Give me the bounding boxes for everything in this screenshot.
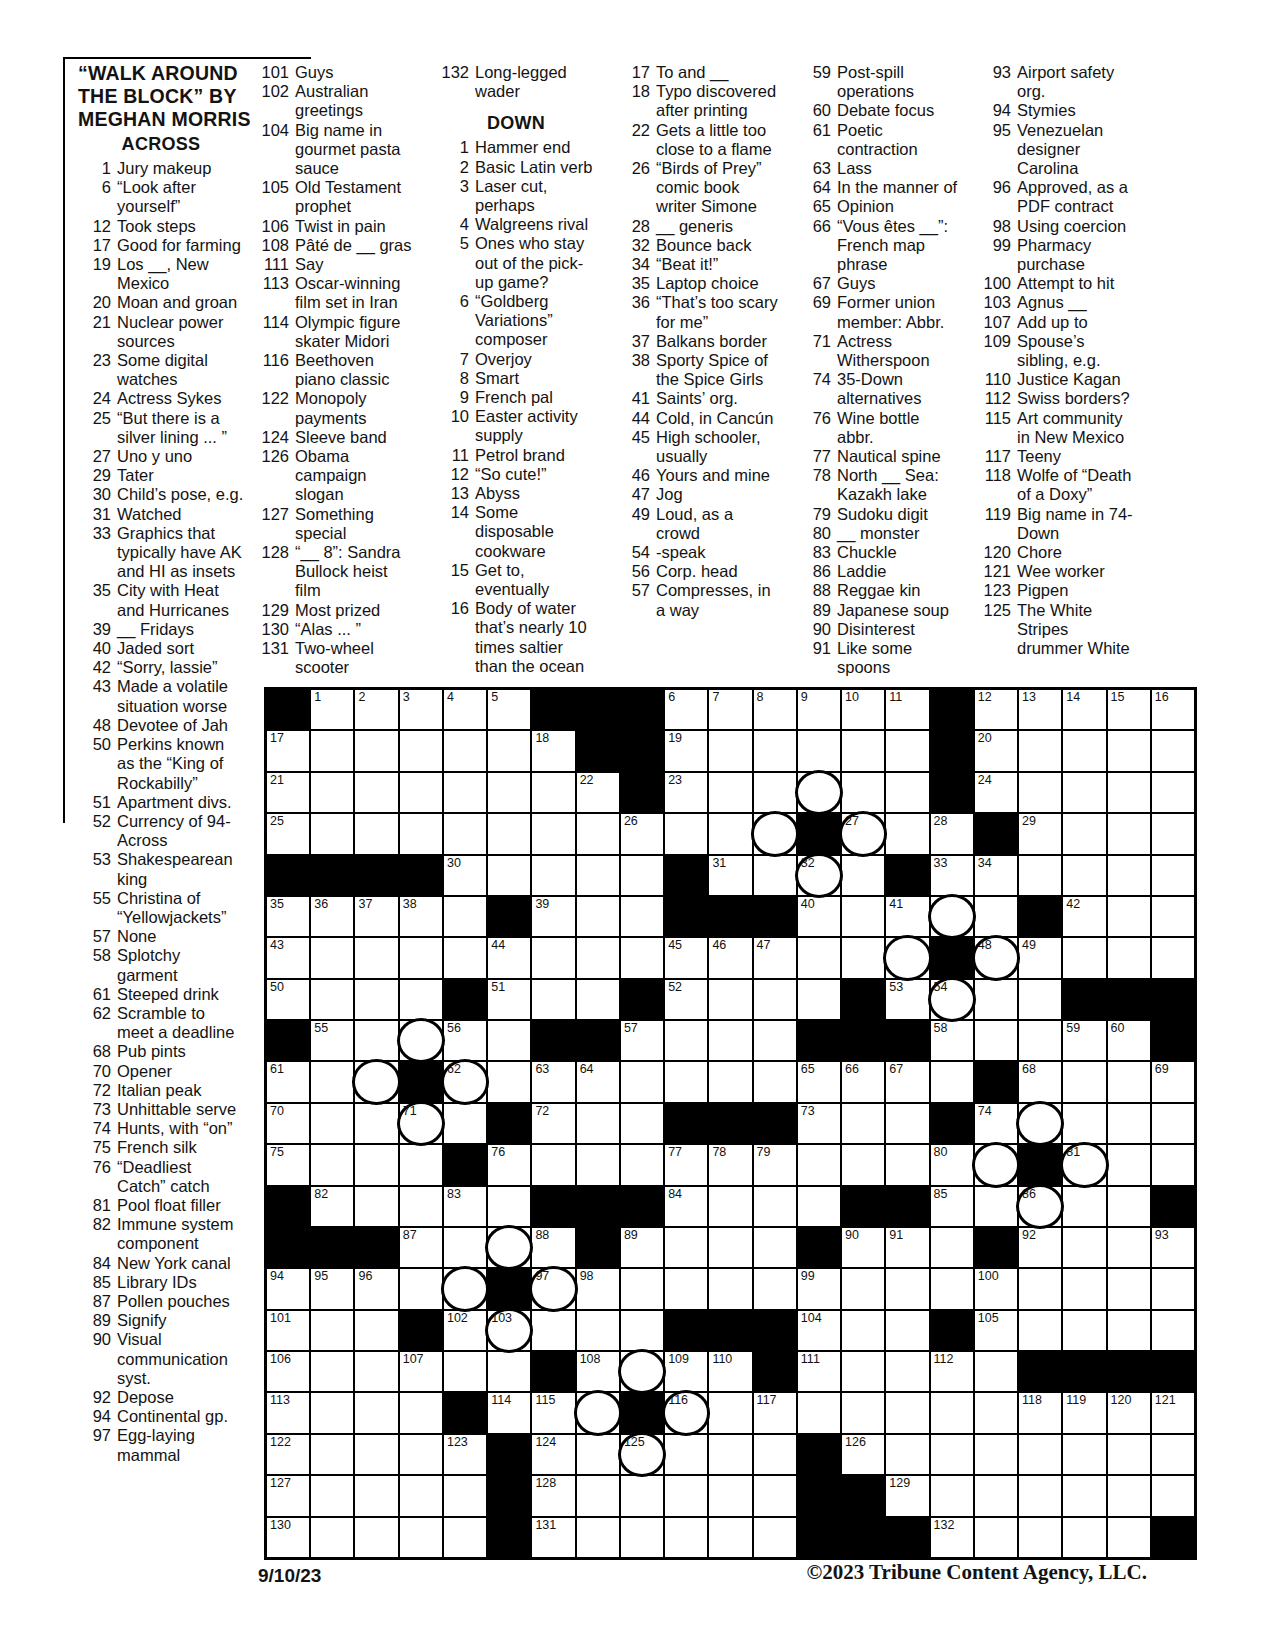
cell-r10c3[interactable] — [355, 1062, 397, 1101]
cell-r19c4[interactable] — [400, 1435, 442, 1474]
cell-r3c2[interactable] — [311, 773, 353, 812]
cell-r18c21[interactable]: 121 — [1152, 1393, 1194, 1432]
cell-r4c12[interactable] — [754, 814, 796, 853]
cell-r2c21[interactable] — [1152, 731, 1194, 770]
cell-r6c20[interactable] — [1108, 897, 1150, 936]
cell-r15c14[interactable] — [842, 1269, 884, 1308]
cell-r16c2[interactable] — [311, 1311, 353, 1350]
cell-r19c5[interactable]: 123 — [444, 1435, 486, 1474]
cell-r18c2[interactable] — [311, 1393, 353, 1432]
cell-r3c11[interactable] — [709, 773, 751, 812]
cell-r6c19[interactable]: 42 — [1063, 897, 1105, 936]
cell-r1c17[interactable]: 12 — [975, 690, 1017, 729]
cell-r12c14[interactable] — [842, 1145, 884, 1184]
cell-r10c1[interactable]: 61 — [267, 1062, 309, 1101]
cell-r5c18[interactable] — [1019, 856, 1061, 895]
cell-r7c5[interactable] — [444, 938, 486, 977]
cell-r11c8[interactable] — [577, 1104, 619, 1143]
cell-r5c16[interactable]: 33 — [931, 856, 973, 895]
cell-r13c20[interactable] — [1108, 1187, 1150, 1226]
cell-r8c11[interactable] — [709, 980, 751, 1019]
cell-r15c19[interactable] — [1063, 1269, 1105, 1308]
cell-r16c19[interactable] — [1063, 1311, 1105, 1350]
cell-r6c21[interactable] — [1152, 897, 1194, 936]
cell-r4c18[interactable]: 29 — [1019, 814, 1061, 853]
cell-r8c17[interactable] — [975, 980, 1017, 1019]
cell-r1c11[interactable]: 7 — [709, 690, 751, 729]
cell-r7c20[interactable] — [1108, 938, 1150, 977]
cell-r12c11[interactable]: 78 — [709, 1145, 751, 1184]
cell-r17c5[interactable] — [444, 1352, 486, 1391]
cell-r8c13[interactable] — [798, 980, 840, 1019]
cell-r9c20[interactable]: 60 — [1108, 1021, 1150, 1060]
cell-r6c4[interactable]: 38 — [400, 897, 442, 936]
cell-r11c13[interactable]: 73 — [798, 1104, 840, 1143]
cell-r13c13[interactable] — [798, 1187, 840, 1226]
cell-r17c16[interactable]: 112 — [931, 1352, 973, 1391]
cell-r21c7[interactable]: 131 — [532, 1518, 574, 1557]
cell-r5c14[interactable] — [842, 856, 884, 895]
cell-r1c14[interactable]: 10 — [842, 690, 884, 729]
cell-r4c15[interactable] — [886, 814, 928, 853]
cell-r9c9[interactable]: 57 — [621, 1021, 663, 1060]
cell-r8c16[interactable]: 54 — [931, 980, 973, 1019]
cell-r11c3[interactable] — [355, 1104, 397, 1143]
cell-r6c1[interactable]: 35 — [267, 897, 309, 936]
cell-r9c3[interactable] — [355, 1021, 397, 1060]
cell-r19c11[interactable] — [709, 1435, 751, 1474]
cell-r3c17[interactable]: 24 — [975, 773, 1017, 812]
cell-r2c3[interactable] — [355, 731, 397, 770]
cell-r12c12[interactable]: 79 — [754, 1145, 796, 1184]
cell-r8c8[interactable] — [577, 980, 619, 1019]
cell-r4c2[interactable] — [311, 814, 353, 853]
cell-r2c14[interactable] — [842, 731, 884, 770]
cell-r17c6[interactable] — [488, 1352, 530, 1391]
cell-r12c4[interactable] — [400, 1145, 442, 1184]
cell-r17c3[interactable] — [355, 1352, 397, 1391]
cell-r3c20[interactable] — [1108, 773, 1150, 812]
cell-r10c19[interactable] — [1063, 1062, 1105, 1101]
cell-r7c10[interactable]: 45 — [665, 938, 707, 977]
cell-r19c15[interactable] — [886, 1435, 928, 1474]
cell-r20c1[interactable]: 127 — [267, 1476, 309, 1515]
cell-r17c13[interactable]: 111 — [798, 1352, 840, 1391]
cell-r2c5[interactable] — [444, 731, 486, 770]
cell-r9c5[interactable]: 56 — [444, 1021, 486, 1060]
cell-r9c17[interactable] — [975, 1021, 1017, 1060]
cell-r10c9[interactable] — [621, 1062, 663, 1101]
cell-r20c21[interactable] — [1152, 1476, 1194, 1515]
cell-r5c7[interactable] — [532, 856, 574, 895]
cell-r19c14[interactable]: 126 — [842, 1435, 884, 1474]
cell-r21c4[interactable] — [400, 1518, 442, 1557]
cell-r7c17[interactable]: 48 — [975, 938, 1017, 977]
cell-r19c20[interactable] — [1108, 1435, 1150, 1474]
cell-r8c15[interactable]: 53 — [886, 980, 928, 1019]
cell-r18c17[interactable] — [975, 1393, 1017, 1432]
cell-r3c10[interactable]: 23 — [665, 773, 707, 812]
cell-r19c2[interactable] — [311, 1435, 353, 1474]
cell-r21c10[interactable] — [665, 1518, 707, 1557]
cell-r15c11[interactable] — [709, 1269, 751, 1308]
cell-r11c19[interactable] — [1063, 1104, 1105, 1143]
cell-r5c21[interactable] — [1152, 856, 1194, 895]
cell-r19c21[interactable] — [1152, 1435, 1194, 1474]
cell-r16c5[interactable]: 102 — [444, 1311, 486, 1350]
cell-r7c1[interactable]: 43 — [267, 938, 309, 977]
cell-r16c13[interactable]: 104 — [798, 1311, 840, 1350]
cell-r12c17[interactable] — [975, 1145, 1017, 1184]
cell-r15c21[interactable] — [1152, 1269, 1194, 1308]
cell-r13c12[interactable] — [754, 1187, 796, 1226]
cell-r12c10[interactable]: 77 — [665, 1145, 707, 1184]
cell-r16c15[interactable] — [886, 1311, 928, 1350]
cell-r17c8[interactable]: 108 — [577, 1352, 619, 1391]
cell-r3c19[interactable] — [1063, 773, 1105, 812]
cell-r7c7[interactable] — [532, 938, 574, 977]
cell-r12c2[interactable] — [311, 1145, 353, 1184]
cell-r16c3[interactable] — [355, 1311, 397, 1350]
cell-r16c17[interactable]: 105 — [975, 1311, 1017, 1350]
cell-r13c18[interactable]: 86 — [1019, 1187, 1061, 1226]
cell-r20c9[interactable] — [621, 1476, 663, 1515]
cell-r8c7[interactable] — [532, 980, 574, 1019]
cell-r18c11[interactable] — [709, 1393, 751, 1432]
cell-r3c1[interactable]: 21 — [267, 773, 309, 812]
cell-r14c20[interactable] — [1108, 1228, 1150, 1267]
cell-r7c9[interactable] — [621, 938, 663, 977]
cell-r12c21[interactable] — [1152, 1145, 1194, 1184]
cell-r1c13[interactable]: 9 — [798, 690, 840, 729]
cell-r17c11[interactable]: 110 — [709, 1352, 751, 1391]
cell-r20c11[interactable] — [709, 1476, 751, 1515]
cell-r17c4[interactable]: 107 — [400, 1352, 442, 1391]
cell-r2c17[interactable]: 20 — [975, 731, 1017, 770]
cell-r6c14[interactable] — [842, 897, 884, 936]
cell-r21c2[interactable] — [311, 1518, 353, 1557]
cell-r16c8[interactable] — [577, 1311, 619, 1350]
cell-r15c2[interactable]: 95 — [311, 1269, 353, 1308]
cell-r19c3[interactable] — [355, 1435, 397, 1474]
cell-r19c16[interactable] — [931, 1435, 973, 1474]
cell-r10c2[interactable] — [311, 1062, 353, 1101]
cell-r3c6[interactable] — [488, 773, 530, 812]
cell-r15c3[interactable]: 96 — [355, 1269, 397, 1308]
cell-r4c16[interactable]: 28 — [931, 814, 973, 853]
cell-r7c12[interactable]: 47 — [754, 938, 796, 977]
cell-r7c8[interactable] — [577, 938, 619, 977]
cell-r7c14[interactable] — [842, 938, 884, 977]
cell-r18c12[interactable]: 117 — [754, 1393, 796, 1432]
cell-r13c16[interactable]: 85 — [931, 1187, 973, 1226]
cell-r10c20[interactable] — [1108, 1062, 1150, 1101]
cell-r19c8[interactable] — [577, 1435, 619, 1474]
cell-r16c18[interactable] — [1019, 1311, 1061, 1350]
cell-r20c2[interactable] — [311, 1476, 353, 1515]
cell-r15c5[interactable] — [444, 1269, 486, 1308]
cell-r15c9[interactable] — [621, 1269, 663, 1308]
cell-r21c5[interactable] — [444, 1518, 486, 1557]
cell-r16c7[interactable] — [532, 1311, 574, 1350]
cell-r14c5[interactable] — [444, 1228, 486, 1267]
cell-r3c7[interactable] — [532, 773, 574, 812]
cell-r15c17[interactable]: 100 — [975, 1269, 1017, 1308]
cell-r14c6[interactable] — [488, 1228, 530, 1267]
cell-r4c5[interactable] — [444, 814, 486, 853]
cell-r12c13[interactable] — [798, 1145, 840, 1184]
cell-r2c7[interactable]: 18 — [532, 731, 574, 770]
cell-r10c11[interactable] — [709, 1062, 751, 1101]
cell-r9c12[interactable] — [754, 1021, 796, 1060]
cell-r20c12[interactable] — [754, 1476, 796, 1515]
cell-r14c15[interactable]: 91 — [886, 1228, 928, 1267]
cell-r19c1[interactable]: 122 — [267, 1435, 309, 1474]
cell-r8c6[interactable]: 51 — [488, 980, 530, 1019]
cell-r10c15[interactable]: 67 — [886, 1062, 928, 1101]
cell-r18c19[interactable]: 119 — [1063, 1393, 1105, 1432]
cell-r18c4[interactable] — [400, 1393, 442, 1432]
cell-r13c4[interactable] — [400, 1187, 442, 1226]
cell-r16c9[interactable] — [621, 1311, 663, 1350]
cell-r4c4[interactable] — [400, 814, 442, 853]
cell-r2c11[interactable] — [709, 731, 751, 770]
cell-r10c5[interactable]: 62 — [444, 1062, 486, 1101]
cell-r5c8[interactable] — [577, 856, 619, 895]
cell-r3c8[interactable]: 22 — [577, 773, 619, 812]
cell-r12c19[interactable]: 81 — [1063, 1145, 1105, 1184]
cell-r2c10[interactable]: 19 — [665, 731, 707, 770]
cell-r19c9[interactable]: 125 — [621, 1435, 663, 1474]
cell-r5c20[interactable] — [1108, 856, 1150, 895]
cell-r7c11[interactable]: 46 — [709, 938, 751, 977]
cell-r12c20[interactable] — [1108, 1145, 1150, 1184]
cell-r1c15[interactable]: 11 — [886, 690, 928, 729]
cell-r11c9[interactable] — [621, 1104, 663, 1143]
cell-r10c13[interactable]: 65 — [798, 1062, 840, 1101]
cell-r8c18[interactable] — [1019, 980, 1061, 1019]
cell-r13c5[interactable]: 83 — [444, 1187, 486, 1226]
cell-r4c8[interactable] — [577, 814, 619, 853]
cell-r14c16[interactable] — [931, 1228, 973, 1267]
cell-r1c19[interactable]: 14 — [1063, 690, 1105, 729]
cell-r21c3[interactable] — [355, 1518, 397, 1557]
cell-r6c7[interactable]: 39 — [532, 897, 574, 936]
cell-r14c7[interactable]: 88 — [532, 1228, 574, 1267]
cell-r7c6[interactable]: 44 — [488, 938, 530, 977]
cell-r3c13[interactable] — [798, 773, 840, 812]
cell-r1c6[interactable]: 5 — [488, 690, 530, 729]
cell-r12c6[interactable]: 76 — [488, 1145, 530, 1184]
cell-r8c2[interactable] — [311, 980, 353, 1019]
cell-r15c12[interactable] — [754, 1269, 796, 1308]
cell-r12c8[interactable] — [577, 1145, 619, 1184]
cell-r16c14[interactable] — [842, 1311, 884, 1350]
cell-r19c19[interactable] — [1063, 1435, 1105, 1474]
cell-r15c4[interactable] — [400, 1269, 442, 1308]
cell-r11c2[interactable] — [311, 1104, 353, 1143]
cell-r2c12[interactable] — [754, 731, 796, 770]
cell-r6c5[interactable] — [444, 897, 486, 936]
cell-r10c6[interactable] — [488, 1062, 530, 1101]
cell-r10c10[interactable] — [665, 1062, 707, 1101]
cell-r3c12[interactable] — [754, 773, 796, 812]
cell-r15c1[interactable]: 94 — [267, 1269, 309, 1308]
cell-r9c19[interactable]: 59 — [1063, 1021, 1105, 1060]
cell-r18c7[interactable]: 115 — [532, 1393, 574, 1432]
cell-r19c12[interactable] — [754, 1435, 796, 1474]
cell-r11c5[interactable] — [444, 1104, 486, 1143]
cell-r18c10[interactable]: 116 — [665, 1393, 707, 1432]
cell-r8c4[interactable] — [400, 980, 442, 1019]
cell-r20c8[interactable] — [577, 1476, 619, 1515]
cell-r4c9[interactable]: 26 — [621, 814, 663, 853]
cell-r20c17[interactable] — [975, 1476, 1017, 1515]
cell-r18c3[interactable] — [355, 1393, 397, 1432]
cell-r10c7[interactable]: 63 — [532, 1062, 574, 1101]
cell-r8c3[interactable] — [355, 980, 397, 1019]
cell-r2c13[interactable] — [798, 731, 840, 770]
cell-r21c11[interactable] — [709, 1518, 751, 1557]
cell-r11c15[interactable] — [886, 1104, 928, 1143]
cell-r20c20[interactable] — [1108, 1476, 1150, 1515]
cell-r7c15[interactable] — [886, 938, 928, 977]
cell-r1c2[interactable]: 1 — [311, 690, 353, 729]
cell-r20c15[interactable]: 129 — [886, 1476, 928, 1515]
cell-r1c21[interactable]: 16 — [1152, 690, 1194, 729]
cell-r10c12[interactable] — [754, 1062, 796, 1101]
cell-r17c10[interactable]: 109 — [665, 1352, 707, 1391]
cell-r12c16[interactable]: 80 — [931, 1145, 973, 1184]
cell-r16c21[interactable] — [1152, 1311, 1194, 1350]
cell-r12c9[interactable] — [621, 1145, 663, 1184]
cell-r4c21[interactable] — [1152, 814, 1194, 853]
cell-r14c4[interactable]: 87 — [400, 1228, 442, 1267]
cell-r14c12[interactable] — [754, 1228, 796, 1267]
cell-r9c2[interactable]: 55 — [311, 1021, 353, 1060]
cell-r2c18[interactable] — [1019, 731, 1061, 770]
cell-r4c3[interactable] — [355, 814, 397, 853]
cell-r7c3[interactable] — [355, 938, 397, 977]
cell-r1c3[interactable]: 2 — [355, 690, 397, 729]
cell-r21c8[interactable] — [577, 1518, 619, 1557]
cell-r15c20[interactable] — [1108, 1269, 1150, 1308]
cell-r21c12[interactable] — [754, 1518, 796, 1557]
cell-r8c12[interactable] — [754, 980, 796, 1019]
cell-r17c1[interactable]: 106 — [267, 1352, 309, 1391]
cell-r7c4[interactable] — [400, 938, 442, 977]
cell-r3c14[interactable] — [842, 773, 884, 812]
cell-r18c14[interactable] — [842, 1393, 884, 1432]
cell-r2c1[interactable]: 17 — [267, 731, 309, 770]
cell-r16c6[interactable]: 103 — [488, 1311, 530, 1350]
cell-r15c16[interactable] — [931, 1269, 973, 1308]
cell-r7c13[interactable] — [798, 938, 840, 977]
cell-r4c7[interactable] — [532, 814, 574, 853]
cell-r9c6[interactable] — [488, 1021, 530, 1060]
cell-r17c15[interactable] — [886, 1352, 928, 1391]
cell-r13c3[interactable] — [355, 1187, 397, 1226]
cell-r5c13[interactable]: 32 — [798, 856, 840, 895]
cell-r12c1[interactable]: 75 — [267, 1145, 309, 1184]
cell-r13c6[interactable] — [488, 1187, 530, 1226]
cell-r5c6[interactable] — [488, 856, 530, 895]
cell-r6c15[interactable]: 41 — [886, 897, 928, 936]
cell-r3c21[interactable] — [1152, 773, 1194, 812]
cell-r12c7[interactable] — [532, 1145, 574, 1184]
cell-r10c8[interactable]: 64 — [577, 1062, 619, 1101]
cell-r20c3[interactable] — [355, 1476, 397, 1515]
cell-r4c6[interactable] — [488, 814, 530, 853]
cell-r10c18[interactable]: 68 — [1019, 1062, 1061, 1101]
cell-r21c19[interactable] — [1063, 1518, 1105, 1557]
cell-r20c19[interactable] — [1063, 1476, 1105, 1515]
cell-r6c13[interactable]: 40 — [798, 897, 840, 936]
cell-r13c2[interactable]: 82 — [311, 1187, 353, 1226]
cell-r19c7[interactable]: 124 — [532, 1435, 574, 1474]
cell-r1c12[interactable]: 8 — [754, 690, 796, 729]
cell-r21c17[interactable] — [975, 1518, 1017, 1557]
cell-r18c18[interactable]: 118 — [1019, 1393, 1061, 1432]
cell-r18c1[interactable]: 113 — [267, 1393, 309, 1432]
cell-r5c11[interactable]: 31 — [709, 856, 751, 895]
cell-r17c17[interactable] — [975, 1352, 1017, 1391]
cell-r18c8[interactable] — [577, 1393, 619, 1432]
cell-r2c19[interactable] — [1063, 731, 1105, 770]
cell-r2c6[interactable] — [488, 731, 530, 770]
cell-r1c4[interactable]: 3 — [400, 690, 442, 729]
cell-r10c14[interactable]: 66 — [842, 1062, 884, 1101]
cell-r5c9[interactable] — [621, 856, 663, 895]
cell-r5c19[interactable] — [1063, 856, 1105, 895]
cell-r14c10[interactable] — [665, 1228, 707, 1267]
cell-r1c18[interactable]: 13 — [1019, 690, 1061, 729]
cell-r1c10[interactable]: 6 — [665, 690, 707, 729]
cell-r20c4[interactable] — [400, 1476, 442, 1515]
cell-r15c18[interactable] — [1019, 1269, 1061, 1308]
cell-r15c8[interactable]: 98 — [577, 1269, 619, 1308]
cell-r21c9[interactable] — [621, 1518, 663, 1557]
cell-r11c1[interactable]: 70 — [267, 1104, 309, 1143]
cell-r4c11[interactable] — [709, 814, 751, 853]
cell-r3c15[interactable] — [886, 773, 928, 812]
cell-r11c18[interactable] — [1019, 1104, 1061, 1143]
cell-r15c7[interactable]: 97 — [532, 1269, 574, 1308]
cell-r20c10[interactable] — [665, 1476, 707, 1515]
cell-r18c6[interactable]: 114 — [488, 1393, 530, 1432]
cell-r9c10[interactable] — [665, 1021, 707, 1060]
cell-r4c20[interactable] — [1108, 814, 1150, 853]
cell-r18c20[interactable]: 120 — [1108, 1393, 1150, 1432]
cell-r11c14[interactable] — [842, 1104, 884, 1143]
cell-r13c11[interactable] — [709, 1187, 751, 1226]
cell-r6c3[interactable]: 37 — [355, 897, 397, 936]
cell-r11c20[interactable] — [1108, 1104, 1150, 1143]
cell-r6c17[interactable] — [975, 897, 1017, 936]
cell-r14c9[interactable]: 89 — [621, 1228, 663, 1267]
cell-r11c17[interactable]: 74 — [975, 1104, 1017, 1143]
cell-r17c14[interactable] — [842, 1352, 884, 1391]
cell-r6c2[interactable]: 36 — [311, 897, 353, 936]
cell-r5c12[interactable] — [754, 856, 796, 895]
cell-r9c18[interactable] — [1019, 1021, 1061, 1060]
cell-r20c18[interactable] — [1019, 1476, 1061, 1515]
cell-r14c18[interactable]: 92 — [1019, 1228, 1061, 1267]
cell-r1c5[interactable]: 4 — [444, 690, 486, 729]
cell-r1c20[interactable]: 15 — [1108, 690, 1150, 729]
cell-r14c11[interactable] — [709, 1228, 751, 1267]
cell-r3c5[interactable] — [444, 773, 486, 812]
